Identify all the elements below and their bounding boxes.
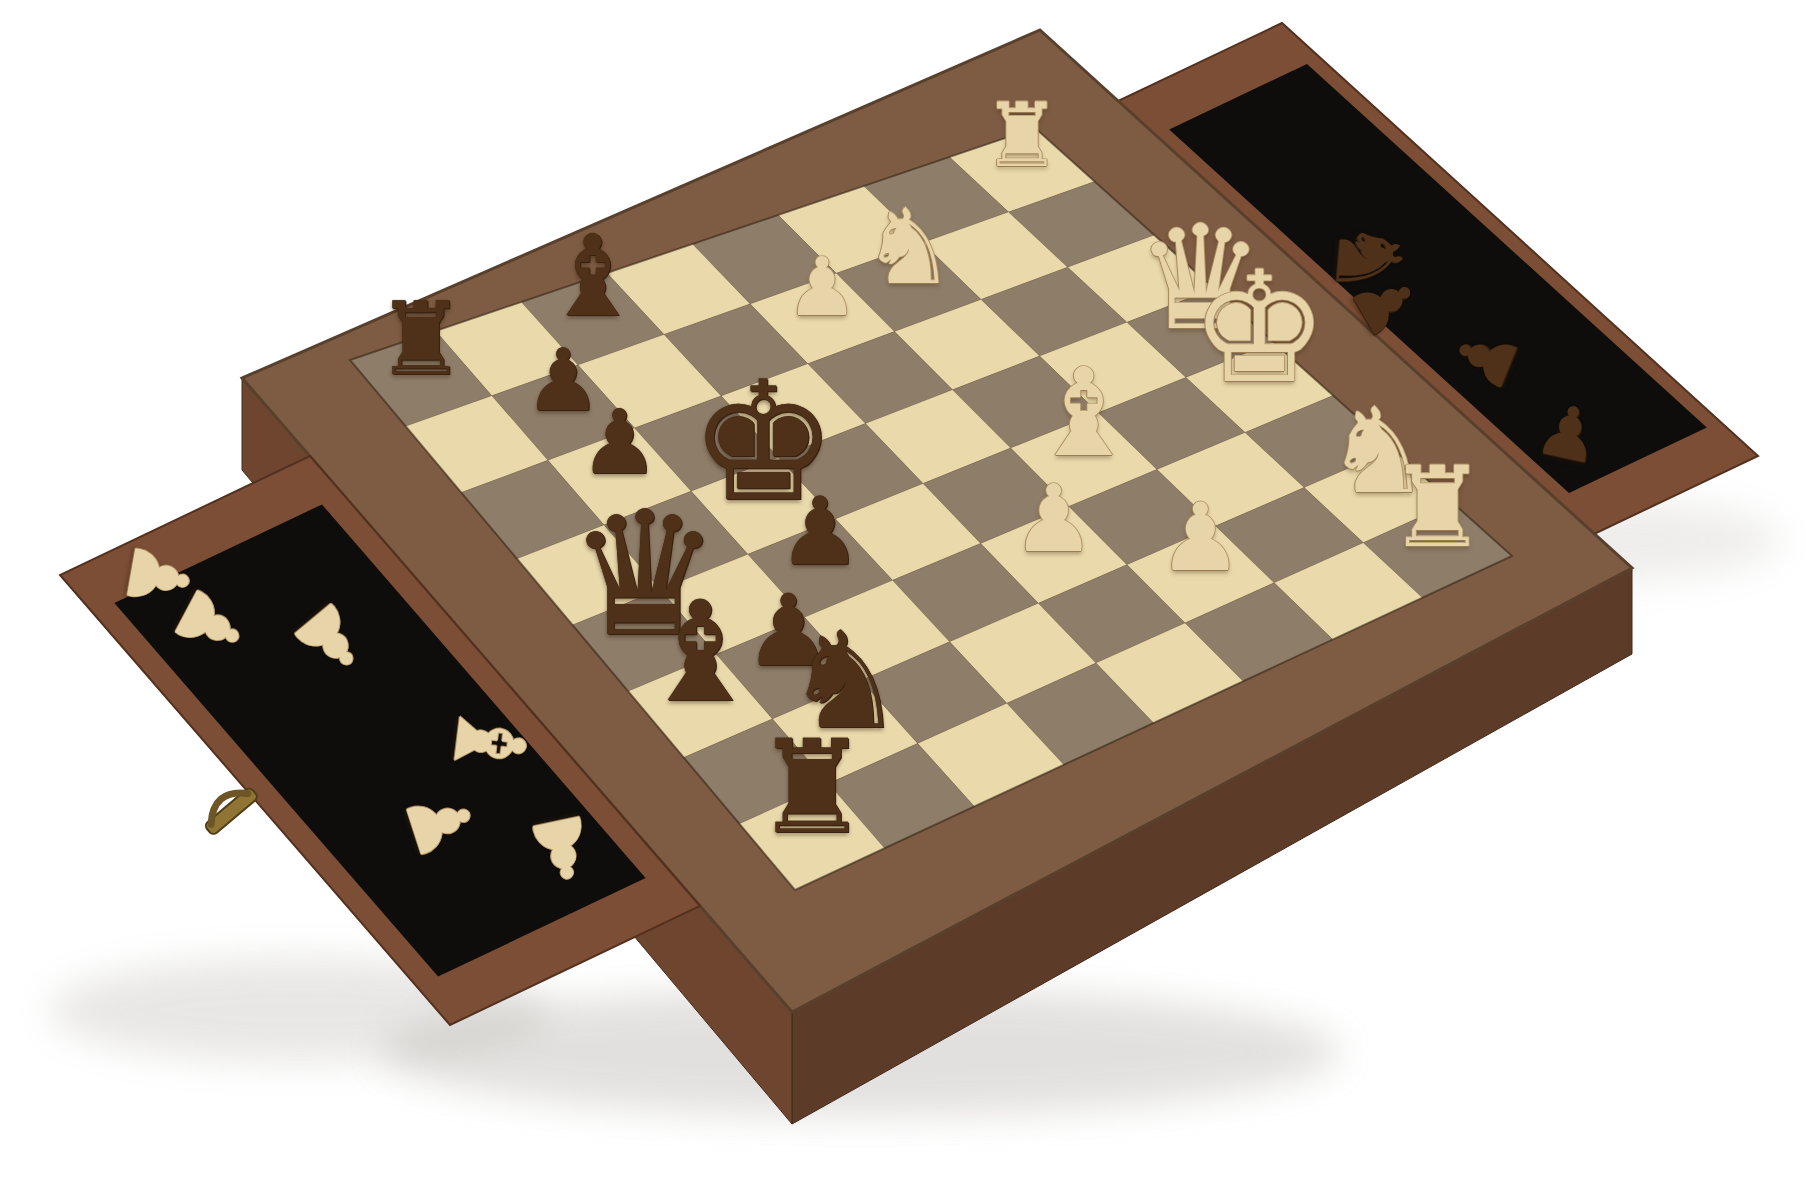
piece-white-pawn-f4[interactable]: ♟ <box>998 473 1110 566</box>
piece-black-bishop-f8[interactable]: ♝ <box>617 583 784 722</box>
captured-black-pawn-4[interactable]: ♟ <box>1519 389 1618 477</box>
piece-white-rook-a1[interactable]: ♜ <box>969 92 1075 180</box>
chess-box-photo: ♜♞♞♟♝♟♛♜♟♚♟♝♟♟♞♚♜♟♟♟♟♛♟♟♟♝♞♝♜♟♟ <box>0 0 1806 1200</box>
piece-black-rook-h8[interactable]: ♜ <box>734 723 889 852</box>
piece-white-king-e1[interactable]: ♚ <box>1167 251 1352 405</box>
drawer-handle[interactable] <box>198 780 259 836</box>
piece-white-pawn-b4[interactable]: ♟ <box>774 247 871 328</box>
piece-black-bishop-a6[interactable]: ♝ <box>525 220 659 332</box>
piece-white-pawn-g3[interactable]: ♟ <box>1144 491 1257 585</box>
piece-white-rook-h1[interactable]: ♜ <box>1371 452 1504 563</box>
piece-black-pawn-e6[interactable]: ♟ <box>764 485 877 579</box>
captured-white-pawn-4[interactable]: ♟ <box>506 798 617 896</box>
chess-box-scene <box>0 0 1806 1200</box>
piece-white-bishop-e3[interactable]: ♝ <box>1010 352 1156 474</box>
piece-black-rook-a8[interactable]: ♜ <box>360 289 481 390</box>
